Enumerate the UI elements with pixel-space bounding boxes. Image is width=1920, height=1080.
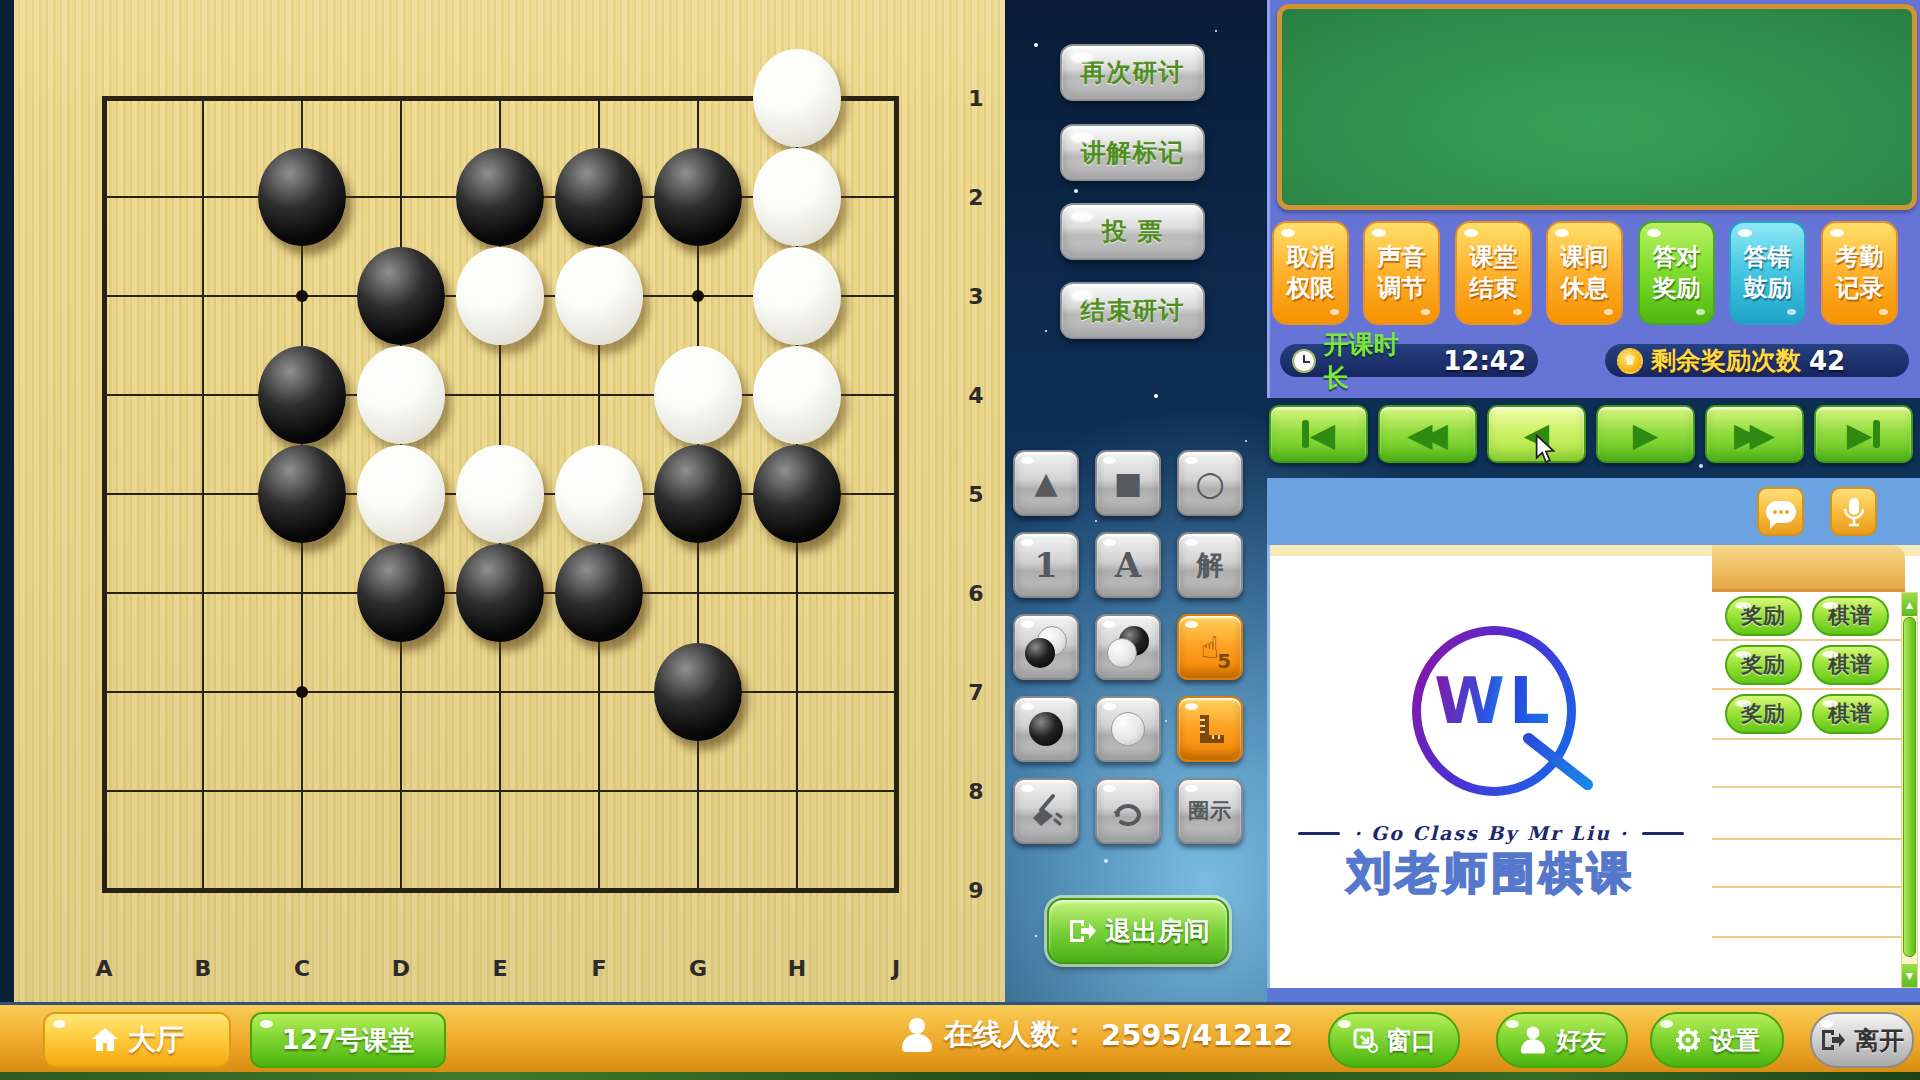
replay-tool[interactable]	[1095, 778, 1161, 844]
reward-button[interactable]: 奖励	[1725, 694, 1802, 734]
empty-row	[1712, 938, 1901, 988]
solve-tool[interactable]: 解	[1177, 532, 1243, 598]
game-record-button[interactable]: 棋谱	[1812, 694, 1889, 734]
bar-icon	[1302, 420, 1309, 448]
solve-icon: 解	[1197, 547, 1224, 583]
go-board[interactable]: A1B2C3D4E5F6G7H8J9	[14, 0, 1005, 1002]
forward-triangle-icon: ▶	[1847, 418, 1872, 451]
scroll-up-button[interactable]: ▲	[1902, 593, 1917, 616]
chalkboard	[1277, 4, 1917, 210]
black-stone	[654, 445, 742, 543]
attendance-button[interactable]: 考勤记录	[1821, 221, 1898, 325]
white-stone-icon	[1107, 638, 1137, 668]
grid-line-horizontal	[102, 691, 899, 693]
column-label: H	[788, 956, 806, 981]
grid-line-vertical	[894, 96, 899, 893]
cancel-permission-button[interactable]: 取消权限	[1272, 221, 1349, 325]
room-label: 127号课堂	[282, 1023, 414, 1058]
black-stone	[654, 643, 742, 741]
black-stone-tool[interactable]	[1013, 696, 1079, 762]
row-label: 3	[968, 284, 983, 309]
black-stone	[258, 346, 346, 444]
member-row: 奖励 棋谱	[1712, 641, 1901, 690]
stars-decoration	[1005, 0, 1007, 2]
circle-show-icon: 圈示	[1188, 797, 1232, 825]
number-mark-tool[interactable]: 1	[1013, 532, 1079, 598]
wrong-encourage-button[interactable]: 答错鼓励	[1729, 221, 1806, 325]
scroll-thumb[interactable]	[1903, 617, 1916, 957]
leave-icon	[1820, 1028, 1846, 1052]
square-mark-tool[interactable]: ■	[1095, 450, 1161, 516]
explain-mark-button[interactable]: 讲解标记	[1060, 124, 1205, 181]
person-icon	[902, 1018, 932, 1052]
number-icon: 1	[1034, 545, 1058, 585]
logo-letters: WL	[1412, 664, 1576, 738]
black-stone	[753, 445, 841, 543]
white-stone	[456, 445, 544, 543]
column-label: A	[95, 956, 112, 981]
replay-icon	[1109, 792, 1147, 830]
back-triangle-icon: ◀	[1310, 418, 1335, 451]
exit-door-icon	[1067, 917, 1097, 945]
class-time-label: 开课时长	[1324, 328, 1422, 394]
black-stone	[357, 544, 445, 642]
circle-show-tool[interactable]: 圈示	[1177, 778, 1243, 844]
friends-button[interactable]: 好友	[1496, 1012, 1628, 1068]
lobby-button[interactable]: 大厅	[43, 1012, 231, 1068]
member-rows: 奖励 棋谱 奖励 棋谱 奖励 棋谱	[1712, 592, 1901, 988]
member-row: 奖励 棋谱	[1712, 690, 1901, 740]
exit-room-button[interactable]: 退出房间	[1047, 898, 1229, 964]
row-label: 7	[968, 680, 983, 705]
clock-icon	[1292, 349, 1316, 373]
row-label: 9	[968, 878, 983, 903]
playback-last-button[interactable]: ▶	[1814, 405, 1913, 463]
black-stone	[258, 445, 346, 543]
friends-icon	[1521, 1026, 1545, 1053]
window-button[interactable]: 窗口	[1328, 1012, 1460, 1068]
home-icon	[90, 1026, 120, 1054]
square-icon: ■	[1114, 468, 1142, 498]
white-stone	[357, 346, 445, 444]
mouse-cursor	[1533, 434, 1559, 464]
column-label: J	[892, 956, 900, 981]
class-time-bar: 开课时长 12:42	[1280, 344, 1538, 377]
microphone-button[interactable]	[1830, 487, 1877, 536]
room-button[interactable]: 127号课堂	[250, 1012, 446, 1068]
medal-icon: ♛	[1617, 348, 1643, 374]
column-label: D	[392, 956, 410, 981]
microphone-icon	[1841, 496, 1867, 528]
letter-icon: A	[1115, 545, 1141, 585]
settings-button[interactable]: 设置	[1650, 1012, 1784, 1068]
correct-reward-button[interactable]: 答对奖励	[1638, 221, 1715, 325]
double-back-icon: ◀◀	[1407, 418, 1438, 451]
row-label: 8	[968, 779, 983, 804]
triangle-icon: ▲	[1034, 468, 1057, 498]
sound-adjust-button[interactable]: 声音调节	[1363, 221, 1440, 325]
letter-mark-tool[interactable]: A	[1095, 532, 1161, 598]
reward-button[interactable]: 奖励	[1725, 645, 1802, 685]
online-label: 在线人数：	[944, 1015, 1089, 1055]
ruler-icon	[1192, 711, 1228, 747]
column-label: C	[294, 956, 310, 981]
play-triangle-icon: ▶	[1633, 418, 1658, 451]
chat-bubble-icon	[1766, 501, 1796, 523]
playback-rewind-button[interactable]: ◀◀	[1378, 405, 1477, 463]
triangle-mark-tool[interactable]: ▲	[1013, 450, 1079, 516]
tab-strip	[1267, 478, 1920, 545]
row-label: 4	[968, 383, 983, 408]
background-trees-strip	[0, 1072, 1920, 1080]
empty-row	[1712, 888, 1901, 938]
logo-subtitle: · Go Class By Mr Liu ·	[1270, 822, 1712, 844]
playback-forward-button[interactable]: ▶▶	[1705, 405, 1804, 463]
black-stone-icon	[1029, 712, 1063, 746]
white-stone-icon	[1111, 712, 1145, 746]
class-time-value: 12:42	[1443, 346, 1526, 376]
black-stone	[555, 544, 643, 642]
class-break-button[interactable]: 课间休息	[1546, 221, 1623, 325]
black-stone	[555, 148, 643, 246]
circle-mark-tool[interactable]: ○	[1177, 450, 1243, 516]
empty-row	[1712, 788, 1901, 840]
black-white-stones-tool[interactable]	[1013, 614, 1079, 680]
exit-room-label: 退出房间	[1106, 914, 1210, 949]
pointing-hand-icon: ☝5	[1201, 630, 1219, 665]
reward-count-label: 剩余奖励次数	[1651, 344, 1801, 377]
scroll-down-button[interactable]: ▼	[1902, 964, 1917, 987]
ruler-tool[interactable]	[1177, 696, 1243, 762]
hand-five-tool[interactable]: ☝5	[1177, 614, 1243, 680]
list-header	[1712, 545, 1905, 592]
restudy-button[interactable]: 再次研讨	[1060, 44, 1205, 101]
star-point	[296, 290, 308, 302]
school-logo: WL · Go Class By Mr Liu · 刘老师围棋课	[1270, 556, 1712, 988]
panel-bottom-strip	[1267, 988, 1920, 1002]
class-end-button[interactable]: 课堂结束	[1455, 221, 1532, 325]
row-label: 6	[968, 581, 983, 606]
row-label: 5	[968, 482, 983, 507]
row-label: 1	[968, 86, 983, 111]
white-stone-tool[interactable]	[1095, 696, 1161, 762]
game-record-button[interactable]: 棋谱	[1812, 596, 1889, 636]
grid-line-horizontal	[102, 790, 899, 792]
column-label: F	[591, 956, 606, 981]
reward-count-value: 42	[1809, 346, 1845, 376]
bar-icon	[1873, 420, 1880, 448]
black-stone	[456, 148, 544, 246]
star-point	[692, 290, 704, 302]
reward-button[interactable]: 奖励	[1725, 596, 1802, 636]
column-label: E	[492, 956, 507, 981]
black-stone	[357, 247, 445, 345]
gear-icon	[1674, 1026, 1702, 1054]
friends-label: 好友	[1556, 1024, 1606, 1057]
white-stone	[753, 148, 841, 246]
white-stone	[753, 247, 841, 345]
game-record-button[interactable]: 棋谱	[1812, 645, 1889, 685]
star-point	[296, 686, 308, 698]
row-label: 2	[968, 185, 983, 210]
online-value: 2595/41212	[1101, 1018, 1293, 1052]
column-label: B	[195, 956, 212, 981]
leave-label: 离开	[1854, 1024, 1904, 1057]
settings-label: 设置	[1710, 1024, 1760, 1057]
double-forward-icon: ▶▶	[1734, 418, 1765, 451]
scrollbar[interactable]: ▲ ▼	[1901, 592, 1918, 988]
window-arrow-icon	[1352, 1027, 1378, 1053]
logo-title: 刘老师围棋课	[1270, 844, 1712, 903]
member-row: 奖励 棋谱	[1712, 592, 1901, 641]
black-stone	[258, 148, 346, 246]
white-stone	[753, 346, 841, 444]
empty-row	[1712, 840, 1901, 888]
white-stone	[555, 445, 643, 543]
white-stone	[357, 445, 445, 543]
white-black-stones-tool[interactable]	[1095, 614, 1161, 680]
grid-line-horizontal	[102, 888, 899, 893]
playback-play-button[interactable]: ▶	[1596, 405, 1695, 463]
black-stone	[456, 544, 544, 642]
white-stone	[654, 346, 742, 444]
vote-button[interactable]: 投 票	[1060, 203, 1205, 260]
empty-row	[1712, 740, 1901, 788]
leave-button[interactable]: 离开	[1810, 1012, 1914, 1068]
clear-board-tool[interactable]	[1013, 778, 1079, 844]
playback-first-button[interactable]: ◀	[1269, 405, 1368, 463]
column-label: G	[689, 956, 707, 981]
online-count: 在线人数： 2595/41212	[902, 1015, 1293, 1055]
lobby-label: 大厅	[128, 1021, 184, 1059]
annotation-tool-grid: ▲ ■ ○ 1 A 解 ☝5	[1013, 450, 1243, 844]
white-stone	[555, 247, 643, 345]
broom-icon	[1027, 792, 1065, 830]
window-label: 窗口	[1386, 1024, 1436, 1057]
app-window: A1B2C3D4E5F6G7H8J9 再次研讨 讲解标记 投 票 结束研讨 ▲ …	[0, 0, 1920, 1080]
circle-icon: ○	[1195, 466, 1225, 500]
chat-bubble-button[interactable]	[1757, 487, 1804, 536]
reward-count-bar: ♛ 剩余奖励次数 42	[1605, 344, 1909, 377]
black-stone	[654, 148, 742, 246]
black-stone-icon	[1025, 638, 1055, 668]
white-stone	[456, 247, 544, 345]
end-study-button[interactable]: 结束研讨	[1060, 282, 1205, 339]
white-stone	[753, 49, 841, 147]
